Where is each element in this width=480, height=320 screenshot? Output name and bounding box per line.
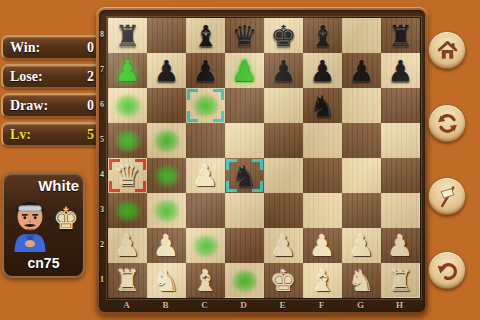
square-e2[interactable]: ♟ bbox=[264, 228, 303, 263]
square-c3[interactable] bbox=[186, 193, 225, 228]
piece-white-pawn[interactable]: ♟ bbox=[381, 228, 420, 263]
stat-value: 0 bbox=[87, 95, 94, 116]
square-d3[interactable] bbox=[225, 193, 264, 228]
square-a7[interactable]: ♟ bbox=[108, 53, 147, 88]
square-b7[interactable]: ♟ bbox=[147, 53, 186, 88]
chess-board: ♜♝♛♚♝♜♟♟♟♟♟♟♟♟♞♛♟♞♟♟♟♟♟♟♜♞♝♚♝♞♜ bbox=[107, 17, 421, 299]
legal-move-dot bbox=[153, 198, 181, 223]
legal-move-dot bbox=[192, 233, 220, 258]
stat-value: 0 bbox=[87, 37, 94, 58]
piece-white-knight[interactable]: ♞ bbox=[147, 263, 186, 298]
square-a2[interactable]: ♟ bbox=[108, 228, 147, 263]
piece-white-queen[interactable]: ♛ bbox=[108, 158, 147, 193]
file-label-d: D bbox=[224, 300, 263, 310]
square-c6[interactable] bbox=[186, 88, 225, 123]
stat-label: Draw: bbox=[10, 95, 48, 116]
piece-white-pawn[interactable]: ♟ bbox=[303, 228, 342, 263]
square-e6[interactable] bbox=[264, 88, 303, 123]
stat-value: 5 bbox=[87, 124, 94, 145]
stat-label: Win: bbox=[10, 37, 40, 58]
piece-black-pawn[interactable]: ♟ bbox=[186, 53, 225, 88]
square-d2[interactable] bbox=[225, 228, 264, 263]
piece-white-pawn[interactable]: ♟ bbox=[108, 228, 147, 263]
square-a8[interactable]: ♜ bbox=[108, 18, 147, 53]
board-frame: ♜♝♛♚♝♜♟♟♟♟♟♟♟♟♞♛♟♞♟♟♟♟♟♟♜♞♝♚♝♞♜ 87654321… bbox=[96, 7, 428, 315]
piece-white-king[interactable]: ♚ bbox=[264, 263, 303, 298]
square-d1[interactable] bbox=[225, 263, 264, 298]
piece-white-rook[interactable]: ♜ bbox=[381, 263, 420, 298]
square-c7[interactable]: ♟ bbox=[186, 53, 225, 88]
square-d7[interactable]: ♟ bbox=[225, 53, 264, 88]
piece-black-pawn[interactable]: ♟ bbox=[147, 53, 186, 88]
stat-label: Lv: bbox=[10, 124, 31, 145]
stat-win: Win:0 bbox=[1, 35, 111, 60]
legal-move-dot bbox=[231, 268, 259, 293]
rank-label-2: 2 bbox=[98, 240, 106, 249]
resign-button[interactable] bbox=[428, 177, 466, 215]
square-d8[interactable]: ♛ bbox=[225, 18, 264, 53]
circular-arrows-icon bbox=[436, 112, 459, 135]
square-g5[interactable] bbox=[342, 123, 381, 158]
square-g6[interactable] bbox=[342, 88, 381, 123]
square-a5[interactable] bbox=[108, 123, 147, 158]
piece-white-pawn[interactable]: ♟ bbox=[342, 228, 381, 263]
home-icon bbox=[436, 39, 459, 62]
square-h2[interactable]: ♟ bbox=[381, 228, 420, 263]
piece-black-knight[interactable]: ♞ bbox=[225, 158, 264, 193]
rank-label-3: 3 bbox=[98, 205, 106, 214]
legal-move-dot bbox=[153, 128, 181, 153]
legal-move-dot bbox=[153, 163, 181, 188]
player-side-label: White bbox=[38, 177, 79, 194]
square-b4[interactable] bbox=[147, 158, 186, 193]
piece-black-rook[interactable]: ♜ bbox=[108, 18, 147, 53]
stat-value: 2 bbox=[87, 66, 94, 87]
square-h5[interactable] bbox=[381, 123, 420, 158]
piece-white-pawn[interactable]: ♟ bbox=[186, 158, 225, 193]
square-e4[interactable] bbox=[264, 158, 303, 193]
piece-black-king[interactable]: ♚ bbox=[264, 18, 303, 53]
square-c4[interactable]: ♟ bbox=[186, 158, 225, 193]
undo-arrow-icon bbox=[436, 259, 459, 282]
new-game-button[interactable] bbox=[428, 104, 466, 142]
piece-black-bishop[interactable]: ♝ bbox=[303, 18, 342, 53]
square-c1[interactable]: ♝ bbox=[186, 263, 225, 298]
chess-app-screen: Win:0Lose:2Draw:0Lv:5 White ♚ cn75 ♜♝♛♚♝… bbox=[0, 0, 480, 320]
piece-black-pawn[interactable]: ♟ bbox=[381, 53, 420, 88]
piece-black-bishop[interactable]: ♝ bbox=[186, 18, 225, 53]
square-h3[interactable] bbox=[381, 193, 420, 228]
square-b5[interactable] bbox=[147, 123, 186, 158]
piece-white-pawn[interactable]: ♟ bbox=[264, 228, 303, 263]
square-d6[interactable] bbox=[225, 88, 264, 123]
file-label-f: F bbox=[302, 300, 341, 310]
square-f6[interactable]: ♞ bbox=[303, 88, 342, 123]
square-g1[interactable]: ♞ bbox=[342, 263, 381, 298]
piece-white-rook[interactable]: ♜ bbox=[108, 263, 147, 298]
rank-label-6: 6 bbox=[98, 100, 106, 109]
piece-black-queen[interactable]: ♛ bbox=[225, 18, 264, 53]
stat-lv: Lv:5 bbox=[1, 122, 111, 147]
piece-white-knight[interactable]: ♞ bbox=[342, 263, 381, 298]
square-d4[interactable]: ♞ bbox=[225, 158, 264, 193]
square-h7[interactable]: ♟ bbox=[381, 53, 420, 88]
square-f2[interactable]: ♟ bbox=[303, 228, 342, 263]
file-label-b: B bbox=[146, 300, 185, 310]
square-g4[interactable] bbox=[342, 158, 381, 193]
piece-black-rook[interactable]: ♜ bbox=[381, 18, 420, 53]
last-move-marker bbox=[187, 89, 224, 122]
file-label-e: E bbox=[263, 300, 302, 310]
square-b1[interactable]: ♞ bbox=[147, 263, 186, 298]
piece-black-pawn[interactable]: ♟ bbox=[342, 53, 381, 88]
piece-white-bishop[interactable]: ♝ bbox=[303, 263, 342, 298]
square-e1[interactable]: ♚ bbox=[264, 263, 303, 298]
square-f1[interactable]: ♝ bbox=[303, 263, 342, 298]
square-c2[interactable] bbox=[186, 228, 225, 263]
white-king-crown-icon: ♚ bbox=[53, 202, 79, 236]
piece-white-pawn[interactable]: ♟ bbox=[147, 228, 186, 263]
square-g3[interactable] bbox=[342, 193, 381, 228]
square-b6[interactable] bbox=[147, 88, 186, 123]
stat-lose: Lose:2 bbox=[1, 64, 111, 89]
square-h8[interactable]: ♜ bbox=[381, 18, 420, 53]
square-g2[interactable]: ♟ bbox=[342, 228, 381, 263]
rank-label-7: 7 bbox=[98, 65, 106, 74]
piece-black-pawn[interactable]: ♟ bbox=[303, 53, 342, 88]
player-avatar bbox=[8, 196, 52, 252]
legal-move-dot bbox=[192, 93, 220, 118]
square-h6[interactable] bbox=[381, 88, 420, 123]
square-f4[interactable] bbox=[303, 158, 342, 193]
rank-label-8: 8 bbox=[98, 30, 106, 39]
square-a6[interactable] bbox=[108, 88, 147, 123]
square-c8[interactable]: ♝ bbox=[186, 18, 225, 53]
file-label-c: C bbox=[185, 300, 224, 310]
square-g7[interactable]: ♟ bbox=[342, 53, 381, 88]
square-e7[interactable]: ♟ bbox=[264, 53, 303, 88]
square-f5[interactable] bbox=[303, 123, 342, 158]
legal-move-dot bbox=[114, 128, 142, 153]
legal-move-dot bbox=[114, 198, 142, 223]
square-h1[interactable]: ♜ bbox=[381, 263, 420, 298]
square-e3[interactable] bbox=[264, 193, 303, 228]
stat-label: Lose: bbox=[10, 66, 43, 87]
piece-white-bishop[interactable]: ♝ bbox=[186, 263, 225, 298]
square-e5[interactable] bbox=[264, 123, 303, 158]
square-a4[interactable]: ♛ bbox=[108, 158, 147, 193]
home-button[interactable] bbox=[428, 31, 466, 69]
square-b3[interactable] bbox=[147, 193, 186, 228]
white-flag-icon bbox=[436, 185, 459, 208]
square-e8[interactable]: ♚ bbox=[264, 18, 303, 53]
square-c5[interactable] bbox=[186, 123, 225, 158]
square-a1[interactable]: ♜ bbox=[108, 263, 147, 298]
rank-label-1: 1 bbox=[98, 275, 106, 284]
rank-label-5: 5 bbox=[98, 135, 106, 144]
piece-black-pawn[interactable]: ♟ bbox=[264, 53, 303, 88]
square-a3[interactable] bbox=[108, 193, 147, 228]
square-f3[interactable] bbox=[303, 193, 342, 228]
stat-draw: Draw:0 bbox=[1, 93, 111, 118]
square-f7[interactable]: ♟ bbox=[303, 53, 342, 88]
piece-black-pawn[interactable]: ♟ bbox=[108, 53, 147, 88]
undo-button[interactable] bbox=[428, 251, 466, 289]
square-b8[interactable] bbox=[147, 18, 186, 53]
square-b2[interactable]: ♟ bbox=[147, 228, 186, 263]
legal-move-dot bbox=[114, 93, 142, 118]
piece-black-knight[interactable]: ♞ bbox=[303, 88, 342, 123]
square-d5[interactable] bbox=[225, 123, 264, 158]
file-label-h: H bbox=[380, 300, 419, 310]
rank-label-4: 4 bbox=[98, 170, 106, 179]
file-label-a: A bbox=[107, 300, 146, 310]
square-g8[interactable] bbox=[342, 18, 381, 53]
square-h4[interactable] bbox=[381, 158, 420, 193]
piece-black-pawn[interactable]: ♟ bbox=[225, 53, 264, 88]
player-name: cn75 bbox=[4, 255, 83, 271]
file-label-g: G bbox=[341, 300, 380, 310]
square-f8[interactable]: ♝ bbox=[303, 18, 342, 53]
player-panel: White ♚ cn75 bbox=[2, 172, 85, 278]
